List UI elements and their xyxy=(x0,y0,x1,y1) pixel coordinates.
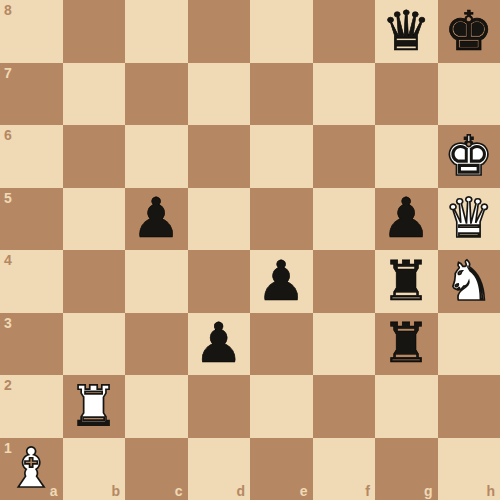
square-h2[interactable] xyxy=(438,375,500,438)
square-h8[interactable]: ♚ xyxy=(438,0,500,63)
square-d3[interactable]: ♟ xyxy=(188,313,251,376)
square-f1[interactable]: f xyxy=(313,438,376,500)
file-label-e: e xyxy=(300,484,308,498)
square-f8[interactable] xyxy=(313,0,376,63)
piece-black-rook[interactable]: ♜ xyxy=(375,313,438,376)
piece-white-king[interactable]: ♚ xyxy=(438,125,500,188)
square-c1[interactable]: c xyxy=(125,438,188,500)
square-a5[interactable]: 5 xyxy=(0,188,63,251)
rank-label-6: 6 xyxy=(4,128,12,142)
square-g6[interactable] xyxy=(375,125,438,188)
square-b4[interactable] xyxy=(63,250,126,313)
piece-black-pawn[interactable]: ♟ xyxy=(125,188,188,251)
square-h1[interactable]: h xyxy=(438,438,500,500)
square-d1[interactable]: d xyxy=(188,438,251,500)
square-e5[interactable] xyxy=(250,188,313,251)
rank-label-2: 2 xyxy=(4,378,12,392)
piece-black-pawn[interactable]: ♟ xyxy=(375,188,438,251)
file-label-b: b xyxy=(111,484,120,498)
square-h7[interactable] xyxy=(438,63,500,126)
piece-black-king[interactable]: ♚ xyxy=(438,0,500,63)
square-h3[interactable] xyxy=(438,313,500,376)
square-b6[interactable] xyxy=(63,125,126,188)
square-f2[interactable] xyxy=(313,375,376,438)
square-f6[interactable] xyxy=(313,125,376,188)
square-a4[interactable]: 4 xyxy=(0,250,63,313)
square-d4[interactable] xyxy=(188,250,251,313)
square-b5[interactable] xyxy=(63,188,126,251)
square-a7[interactable]: 7 xyxy=(0,63,63,126)
square-a3[interactable]: 3 xyxy=(0,313,63,376)
square-b3[interactable] xyxy=(63,313,126,376)
square-e8[interactable] xyxy=(250,0,313,63)
square-d5[interactable] xyxy=(188,188,251,251)
square-a8[interactable]: 8 xyxy=(0,0,63,63)
square-h4[interactable]: ♞ xyxy=(438,250,500,313)
square-a2[interactable]: 2 xyxy=(0,375,63,438)
piece-white-rook[interactable]: ♜ xyxy=(63,375,126,438)
square-b1[interactable]: b xyxy=(63,438,126,500)
square-e3[interactable] xyxy=(250,313,313,376)
piece-black-rook[interactable]: ♜ xyxy=(375,250,438,313)
rank-label-5: 5 xyxy=(4,191,12,205)
square-a6[interactable]: 6 xyxy=(0,125,63,188)
file-label-h: h xyxy=(486,484,495,498)
square-c8[interactable] xyxy=(125,0,188,63)
rank-label-4: 4 xyxy=(4,253,12,267)
square-d6[interactable] xyxy=(188,125,251,188)
square-c3[interactable] xyxy=(125,313,188,376)
square-e7[interactable] xyxy=(250,63,313,126)
square-g8[interactable]: ♛ xyxy=(375,0,438,63)
file-label-d: d xyxy=(236,484,245,498)
piece-black-queen[interactable]: ♛ xyxy=(375,0,438,63)
square-g2[interactable] xyxy=(375,375,438,438)
chess-board: 8♛♚76♚5♟♟♛4♟♜♞3♟♜2♜1a♝bcdefgh xyxy=(0,0,500,500)
piece-black-pawn[interactable]: ♟ xyxy=(188,313,251,376)
square-c7[interactable] xyxy=(125,63,188,126)
square-g1[interactable]: g xyxy=(375,438,438,500)
rank-label-3: 3 xyxy=(4,316,12,330)
piece-black-pawn[interactable]: ♟ xyxy=(250,250,313,313)
square-g5[interactable]: ♟ xyxy=(375,188,438,251)
square-e6[interactable] xyxy=(250,125,313,188)
square-f7[interactable] xyxy=(313,63,376,126)
square-c2[interactable] xyxy=(125,375,188,438)
square-b8[interactable] xyxy=(63,0,126,63)
piece-white-knight[interactable]: ♞ xyxy=(438,250,500,313)
square-d2[interactable] xyxy=(188,375,251,438)
square-f3[interactable] xyxy=(313,313,376,376)
piece-white-queen[interactable]: ♛ xyxy=(438,188,500,251)
rank-label-7: 7 xyxy=(4,66,12,80)
rank-label-8: 8 xyxy=(4,3,12,17)
square-b2[interactable]: ♜ xyxy=(63,375,126,438)
square-h6[interactable]: ♚ xyxy=(438,125,500,188)
square-d7[interactable] xyxy=(188,63,251,126)
file-label-c: c xyxy=(175,484,183,498)
square-g3[interactable]: ♜ xyxy=(375,313,438,376)
square-c4[interactable] xyxy=(125,250,188,313)
file-label-g: g xyxy=(424,484,433,498)
square-g4[interactable]: ♜ xyxy=(375,250,438,313)
square-c6[interactable] xyxy=(125,125,188,188)
piece-white-bishop[interactable]: ♝ xyxy=(0,438,63,500)
square-b7[interactable] xyxy=(63,63,126,126)
square-e2[interactable] xyxy=(250,375,313,438)
square-f4[interactable] xyxy=(313,250,376,313)
square-e1[interactable]: e xyxy=(250,438,313,500)
square-d8[interactable] xyxy=(188,0,251,63)
square-g7[interactable] xyxy=(375,63,438,126)
square-e4[interactable]: ♟ xyxy=(250,250,313,313)
square-h5[interactable]: ♛ xyxy=(438,188,500,251)
square-f5[interactable] xyxy=(313,188,376,251)
file-label-f: f xyxy=(365,484,370,498)
square-a1[interactable]: 1a♝ xyxy=(0,438,63,500)
square-c5[interactable]: ♟ xyxy=(125,188,188,251)
